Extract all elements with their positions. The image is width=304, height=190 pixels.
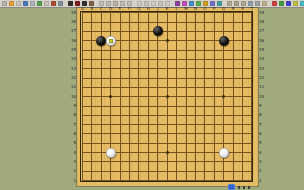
stone-black-C16[interactable] <box>96 36 106 46</box>
coordinate-label-left: 8 <box>68 113 76 117</box>
coordinate-label-top: A <box>79 7 85 11</box>
coordinate-label-right: 6 <box>259 132 267 136</box>
toolbar-icon[interactable] <box>37 1 42 6</box>
coordinate-label-left: 6 <box>68 132 76 136</box>
coordinate-label-right: 9 <box>259 104 267 108</box>
stone-white-Q4[interactable] <box>219 148 229 158</box>
grid-line-horizontal <box>82 180 252 181</box>
toolbar-icon[interactable] <box>68 1 73 6</box>
toolbar-group-3 <box>99 1 132 6</box>
coordinate-label-top: G <box>136 7 142 11</box>
stone-white-D4[interactable] <box>106 148 116 158</box>
grid-line-horizontal <box>82 106 252 107</box>
coordinate-label-right: 14 <box>259 57 267 61</box>
coordinate-label-right: 5 <box>259 141 267 145</box>
coordinate-label-right: 18 <box>259 20 267 24</box>
stone-black-Q16[interactable] <box>219 36 229 46</box>
coordinate-label-top: F <box>127 7 133 11</box>
coordinate-label-right: 4 <box>259 151 267 155</box>
toolbar-group-7 <box>272 1 304 6</box>
grid-line-horizontal <box>82 143 252 144</box>
application-window: ABCDEFGHJKLMNOPQRST191918181717161615151… <box>0 0 304 190</box>
grid-line-vertical <box>214 13 215 181</box>
coordinate-label-right: 17 <box>259 29 267 33</box>
grid-line-horizontal <box>82 124 252 125</box>
coordinate-label-top: S <box>240 7 246 11</box>
coordinate-label-left: 12 <box>68 76 76 80</box>
coordinate-label-left: 9 <box>68 104 76 108</box>
toolbar-icon[interactable] <box>279 1 284 6</box>
coordinate-label-left: 3 <box>68 160 76 164</box>
coordinate-label-right: 10 <box>259 95 267 99</box>
coordinate-label-left: 18 <box>68 20 76 24</box>
coordinate-label-top: N <box>192 7 198 11</box>
grid-line-vertical <box>242 13 243 181</box>
toolbar-icon[interactable] <box>2 1 7 6</box>
coordinate-label-right: 11 <box>259 85 267 89</box>
coordinate-label-left: 16 <box>68 39 76 43</box>
coordinate-label-right: 2 <box>259 169 267 173</box>
status-fragment <box>228 184 304 190</box>
coordinate-label-left: 2 <box>68 169 76 173</box>
coordinate-label-top: O <box>202 7 208 11</box>
coordinate-label-top: H <box>145 7 151 11</box>
coordinate-label-right: 16 <box>259 39 267 43</box>
toolbar-icon[interactable] <box>75 1 80 6</box>
coordinate-label-left: 14 <box>68 57 76 61</box>
coordinate-label-top: E <box>117 7 123 11</box>
toolbar <box>0 0 304 8</box>
coordinate-label-right: 19 <box>259 11 267 15</box>
coordinate-label-right: 12 <box>259 76 267 80</box>
status-mark <box>248 186 250 189</box>
grid-line-vertical <box>251 13 252 181</box>
coordinate-label-right: 3 <box>259 160 267 164</box>
toolbar-icon[interactable] <box>293 1 298 6</box>
coordinate-label-right: 7 <box>259 123 267 127</box>
toolbar-icon[interactable] <box>286 1 291 6</box>
toolbar-icon[interactable] <box>262 1 267 6</box>
coordinate-label-top: M <box>183 7 189 11</box>
coordinate-label-left: 1 <box>68 179 76 183</box>
coordinate-label-left: 4 <box>68 151 76 155</box>
coordinate-label-top: B <box>89 7 95 11</box>
grid-line-vertical <box>204 13 205 181</box>
grid-line-vertical <box>233 13 234 181</box>
coordinate-label-left: 11 <box>68 85 76 89</box>
coordinate-label-left: 17 <box>68 29 76 33</box>
toolbar-icon[interactable] <box>151 1 156 6</box>
coordinate-label-right: 15 <box>259 48 267 52</box>
toolbar-icon[interactable] <box>44 1 49 6</box>
toolbar-icon[interactable] <box>16 1 21 6</box>
status-mark <box>238 186 240 189</box>
coordinate-label-top: J <box>155 7 161 11</box>
toolbar-icon[interactable] <box>300 1 304 6</box>
coordinate-label-top: Q <box>221 7 227 11</box>
grid-line-horizontal <box>82 133 252 134</box>
toolbar-icon[interactable] <box>272 1 277 6</box>
last-move-marker <box>109 39 113 43</box>
toolbar-icon[interactable] <box>158 1 163 6</box>
grid-line-horizontal <box>82 161 252 162</box>
coordinate-label-top: T <box>249 7 255 11</box>
grid-line-vertical <box>186 13 187 181</box>
coordinate-label-left: 7 <box>68 123 76 127</box>
toolbar-group-1 <box>2 1 63 6</box>
coordinate-label-left: 19 <box>68 11 76 15</box>
toolbar-icon[interactable] <box>30 1 35 6</box>
grid-line-vertical <box>176 13 177 181</box>
coordinate-label-top: R <box>230 7 236 11</box>
go-board-pane[interactable] <box>77 8 258 186</box>
status-mark <box>243 186 245 189</box>
coordinate-label-top: L <box>174 7 180 11</box>
grid-line-horizontal <box>82 171 252 172</box>
coordinate-label-right: 1 <box>259 179 267 183</box>
coordinate-label-left: 5 <box>68 141 76 145</box>
coordinate-label-left: 15 <box>68 48 76 52</box>
toolbar-icon[interactable] <box>23 1 28 6</box>
toolbar-icon[interactable] <box>113 1 118 6</box>
coordinate-label-top: K <box>164 7 170 11</box>
toolbar-icon[interactable] <box>255 1 260 6</box>
star-point <box>166 39 169 42</box>
coordinate-label-left: 10 <box>68 95 76 99</box>
star-point <box>166 95 169 98</box>
toolbar-icon[interactable] <box>51 1 56 6</box>
status-blue-icon[interactable] <box>228 184 235 190</box>
coordinate-label-right: 13 <box>259 67 267 71</box>
coordinate-label-right: 8 <box>259 113 267 117</box>
grid-line-horizontal <box>82 115 252 116</box>
coordinate-label-top: D <box>108 7 114 11</box>
coordinate-label-top: P <box>211 7 217 11</box>
coordinate-label-left: 13 <box>68 67 76 71</box>
toolbar-icon[interactable] <box>234 1 239 6</box>
toolbar-icon[interactable] <box>9 1 14 6</box>
star-point <box>166 151 169 154</box>
grid-line-vertical <box>195 13 196 181</box>
stone-white-D16[interactable] <box>106 36 116 46</box>
coordinate-label-top: C <box>98 7 104 11</box>
toolbar-icon[interactable] <box>58 1 63 6</box>
